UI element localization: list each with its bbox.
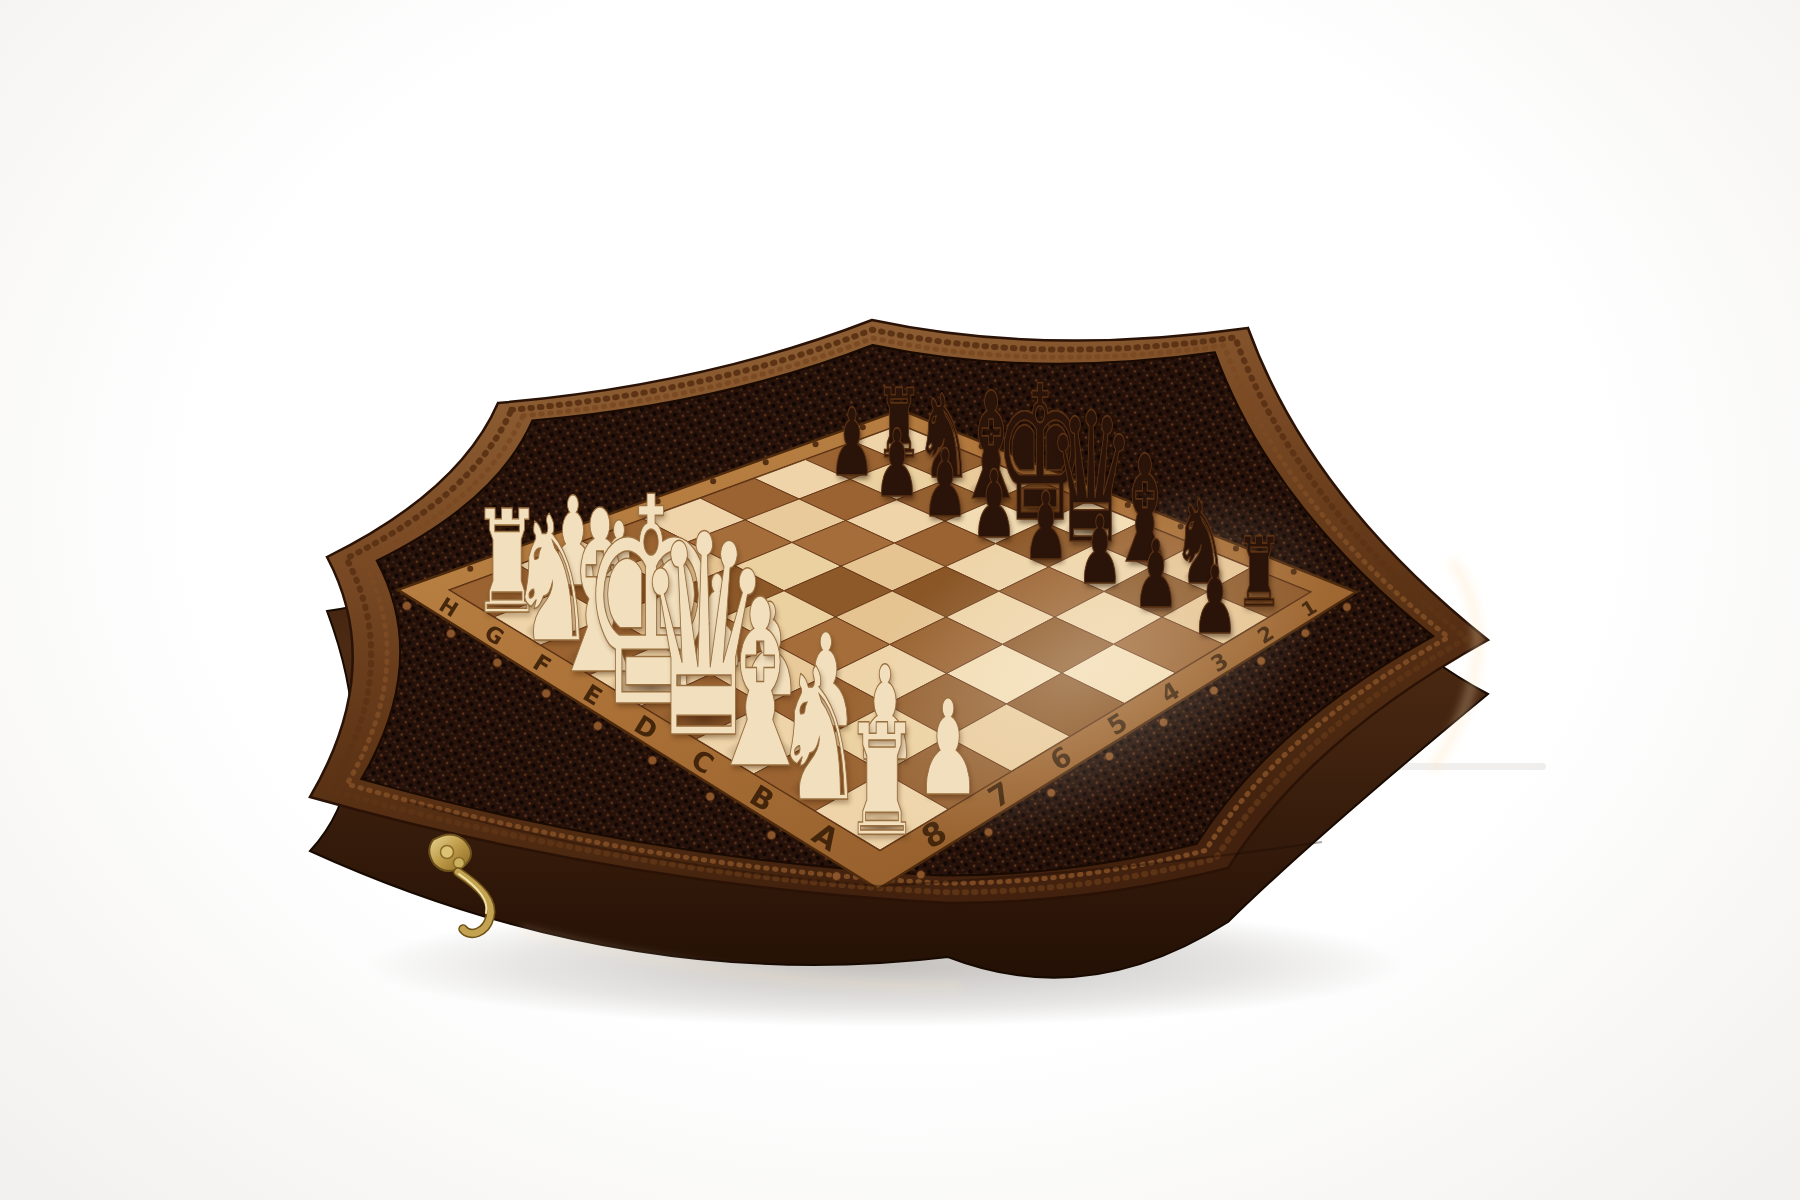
background-crease (1388, 763, 1546, 770)
photo-canvas: HGFEDCBA87654321 ♜♟♞♟♝♟♚♟♛♝♟♞♟♟♜♟♟♜♟♟♞♟♝… (0, 0, 1800, 1200)
chess-board-photo: HGFEDCBA87654321 (0, 0, 1800, 1200)
